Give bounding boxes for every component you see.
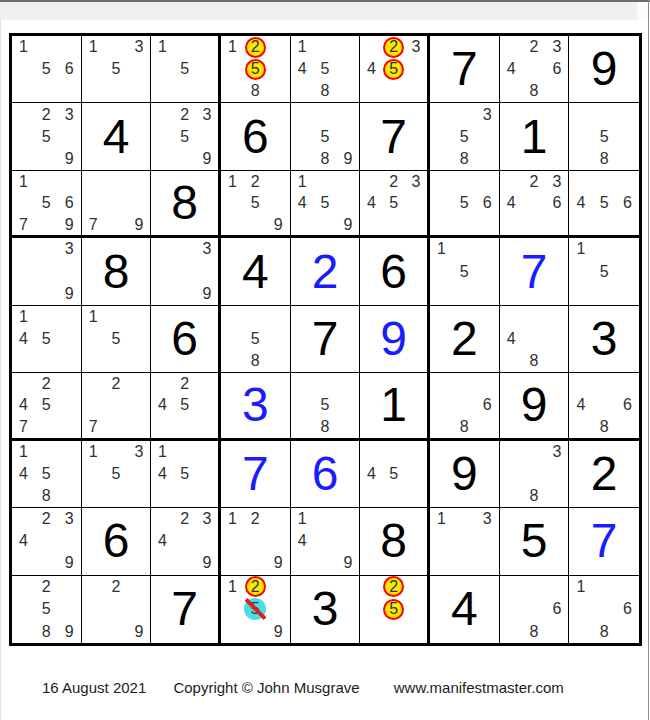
empty-candidate-slot bbox=[151, 148, 173, 170]
candidate-2[interactable]: 2 bbox=[174, 508, 196, 530]
candidate-1[interactable]: 1 bbox=[12, 441, 35, 463]
candidate-9[interactable]: 9 bbox=[58, 552, 81, 574]
cell-r9c7[interactable]: 4 bbox=[430, 576, 500, 643]
cell-r2c6[interactable]: 7 bbox=[360, 103, 430, 170]
candidate-8[interactable]: 8 bbox=[314, 80, 337, 102]
cell-r7c4[interactable]: 7 bbox=[221, 441, 291, 508]
candidate-2[interactable]: 2 bbox=[523, 36, 546, 58]
candidate-4[interactable]: 4 bbox=[151, 530, 173, 552]
cell-r3c9[interactable]: 456 bbox=[569, 171, 639, 238]
candidate-8[interactable]: 8 bbox=[244, 350, 267, 372]
candidate-digit: 3 bbox=[65, 107, 74, 123]
candidate-4[interactable]: 4 bbox=[360, 192, 382, 213]
candidate-4[interactable]: 4 bbox=[12, 328, 35, 350]
empty-candidate-slot bbox=[221, 598, 244, 620]
candidate-digit: 2 bbox=[112, 579, 121, 595]
candidate-5[interactable]: 5 bbox=[453, 260, 476, 282]
candidate-digit: 4 bbox=[19, 331, 28, 347]
candidate-9[interactable]: 9 bbox=[196, 552, 218, 574]
candidate-grid: 135 bbox=[82, 36, 151, 102]
candidate-9[interactable]: 9 bbox=[196, 148, 218, 170]
cell-r2c2[interactable]: 4 bbox=[82, 103, 152, 170]
empty-candidate-slot bbox=[196, 416, 218, 437]
cell-r7c8[interactable]: 38 bbox=[500, 441, 570, 508]
candidate-grid: 2349 bbox=[151, 508, 218, 574]
empty-candidate-slot bbox=[523, 306, 546, 328]
candidate-1[interactable]: 1 bbox=[291, 171, 314, 192]
candidate-3[interactable]: 3 bbox=[58, 508, 81, 530]
candidate-2-highlighted[interactable]: 2 bbox=[244, 576, 267, 598]
candidate-1[interactable]: 1 bbox=[151, 36, 173, 58]
candidate-1[interactable]: 1 bbox=[82, 441, 105, 463]
cell-r2c7[interactable]: 358 bbox=[430, 103, 500, 170]
empty-candidate-slot bbox=[174, 148, 196, 170]
candidate-3[interactable]: 3 bbox=[545, 441, 568, 463]
candidate-8[interactable]: 8 bbox=[35, 621, 58, 643]
cell-r1c6[interactable]: 2345 bbox=[360, 36, 430, 103]
candidate-4[interactable]: 4 bbox=[569, 395, 592, 416]
cell-r5c2[interactable]: 15 bbox=[82, 306, 152, 373]
empty-candidate-slot bbox=[244, 530, 267, 552]
candidate-5[interactable]: 5 bbox=[174, 58, 196, 80]
cell-r6c9[interactable]: 468 bbox=[569, 373, 639, 440]
candidate-digit: 5 bbox=[321, 129, 330, 145]
candidate-9[interactable]: 9 bbox=[336, 148, 359, 170]
cell-r8c3[interactable]: 2349 bbox=[151, 508, 221, 575]
candidate-grid: 58 bbox=[291, 373, 360, 437]
cell-r6c5[interactable]: 58 bbox=[291, 373, 361, 440]
candidate-grid: 1458 bbox=[12, 441, 81, 507]
candidate-8[interactable]: 8 bbox=[593, 416, 616, 437]
candidate-digit: 2 bbox=[389, 579, 398, 595]
candidate-5[interactable]: 5 bbox=[244, 192, 267, 213]
candidate-6[interactable]: 6 bbox=[616, 598, 639, 620]
candidate-9[interactable]: 9 bbox=[267, 621, 290, 643]
candidate-3[interactable]: 3 bbox=[58, 103, 81, 125]
empty-candidate-slot bbox=[500, 441, 523, 463]
cell-r9c5[interactable]: 3 bbox=[291, 576, 361, 643]
empty-candidate-slot bbox=[221, 306, 244, 328]
candidate-digit: 2 bbox=[180, 376, 189, 392]
candidate-4[interactable]: 4 bbox=[12, 530, 35, 552]
candidate-grid: 15 bbox=[82, 306, 151, 372]
candidate-grid: 79 bbox=[82, 171, 151, 235]
candidate-8[interactable]: 8 bbox=[523, 621, 546, 643]
cell-r4c3[interactable]: 39 bbox=[151, 238, 221, 305]
candidate-1[interactable]: 1 bbox=[430, 238, 453, 260]
candidate-6[interactable]: 6 bbox=[58, 192, 81, 213]
candidate-2-highlighted[interactable]: 2 bbox=[244, 36, 267, 58]
cell-r1c8[interactable]: 23468 bbox=[500, 36, 570, 103]
candidate-8[interactable]: 8 bbox=[314, 148, 337, 170]
candidate-6[interactable]: 6 bbox=[616, 192, 639, 213]
candidate-1[interactable]: 1 bbox=[221, 36, 244, 58]
cell-r5c3[interactable]: 6 bbox=[151, 306, 221, 373]
candidate-3[interactable]: 3 bbox=[405, 36, 427, 58]
cell-r7c5[interactable]: 6 bbox=[291, 441, 361, 508]
candidate-1[interactable]: 1 bbox=[569, 238, 592, 260]
candidate-5[interactable]: 5 bbox=[35, 328, 58, 350]
candidate-4[interactable]: 4 bbox=[12, 463, 35, 485]
candidate-2[interactable]: 2 bbox=[174, 373, 196, 394]
candidate-9[interactable]: 9 bbox=[58, 621, 81, 643]
candidate-6[interactable]: 6 bbox=[58, 58, 81, 80]
cell-r3c6[interactable]: 2345 bbox=[360, 171, 430, 238]
candidate-6[interactable]: 6 bbox=[476, 395, 499, 416]
cell-r3c4[interactable]: 1259 bbox=[221, 171, 291, 238]
cell-r8c1[interactable]: 2349 bbox=[12, 508, 82, 575]
candidate-1[interactable]: 1 bbox=[221, 171, 244, 192]
candidate-digit: 4 bbox=[158, 466, 167, 482]
candidate-2[interactable]: 2 bbox=[244, 171, 267, 192]
candidate-digit: 5 bbox=[321, 195, 330, 211]
cell-r4c1[interactable]: 39 bbox=[12, 238, 82, 305]
candidate-2-highlighted[interactable]: 2 bbox=[383, 576, 405, 598]
candidate-4[interactable]: 4 bbox=[500, 328, 523, 350]
cell-r6c2[interactable]: 27 bbox=[82, 373, 152, 440]
candidate-8[interactable]: 8 bbox=[314, 416, 337, 437]
candidate-3[interactable]: 3 bbox=[127, 441, 150, 463]
cell-r4c8[interactable]: 7 bbox=[500, 238, 570, 305]
candidate-9[interactable]: 9 bbox=[58, 214, 81, 235]
candidate-6[interactable]: 6 bbox=[545, 192, 568, 213]
candidate-2[interactable]: 2 bbox=[523, 171, 546, 192]
candidate-9[interactable]: 9 bbox=[196, 283, 218, 305]
empty-candidate-slot bbox=[58, 441, 81, 463]
candidate-4[interactable]: 4 bbox=[291, 192, 314, 213]
candidate-5[interactable]: 5 bbox=[174, 463, 196, 485]
candidate-3[interactable]: 3 bbox=[127, 36, 150, 58]
candidate-5-highlighted[interactable]: 5 bbox=[244, 58, 267, 80]
candidate-digit: 2 bbox=[180, 511, 189, 527]
cell-r1c2[interactable]: 135 bbox=[82, 36, 152, 103]
cell-r2c1[interactable]: 2359 bbox=[12, 103, 82, 170]
cell-r2c8[interactable]: 1 bbox=[500, 103, 570, 170]
candidate-6[interactable]: 6 bbox=[616, 395, 639, 416]
candidate-digit: 9 bbox=[343, 217, 352, 233]
candidate-5-highlighted[interactable]: 5 bbox=[383, 598, 405, 620]
candidate-3[interactable]: 3 bbox=[405, 171, 427, 192]
candidate-1[interactable]: 1 bbox=[12, 36, 35, 58]
candidate-4[interactable]: 4 bbox=[151, 395, 173, 416]
horizontal-scrollbar-track[interactable] bbox=[0, 2, 637, 20]
candidate-1[interactable]: 1 bbox=[569, 576, 592, 598]
candidate-9[interactable]: 9 bbox=[127, 214, 150, 235]
cell-r4c7[interactable]: 15 bbox=[430, 238, 500, 305]
candidate-4[interactable]: 4 bbox=[569, 192, 592, 213]
candidate-9[interactable]: 9 bbox=[267, 214, 290, 235]
candidate-5[interactable]: 5 bbox=[35, 395, 58, 416]
cell-r1c3[interactable]: 15 bbox=[151, 36, 221, 103]
candidate-1[interactable]: 1 bbox=[82, 36, 105, 58]
candidate-digit: 1 bbox=[298, 511, 307, 527]
cell-r3c3[interactable]: 8 bbox=[151, 171, 221, 238]
candidate-5[interactable]: 5 bbox=[35, 58, 58, 80]
candidate-5[interactable]: 5 bbox=[105, 463, 128, 485]
candidate-digit: 9 bbox=[134, 217, 143, 233]
cell-r8c6[interactable]: 8 bbox=[360, 508, 430, 575]
candidate-digit: 2 bbox=[42, 376, 51, 392]
candidate-digit: 6 bbox=[65, 61, 74, 77]
candidate-9[interactable]: 9 bbox=[336, 552, 359, 574]
empty-candidate-slot bbox=[291, 373, 314, 394]
cell-r8c4[interactable]: 129 bbox=[221, 508, 291, 575]
candidate-3[interactable]: 3 bbox=[476, 103, 499, 125]
cell-r1c4[interactable]: 1258 bbox=[221, 36, 291, 103]
candidate-4[interactable]: 4 bbox=[360, 463, 382, 485]
candidate-digit: 3 bbox=[65, 241, 74, 257]
empty-candidate-slot bbox=[267, 306, 290, 328]
cell-r6c8[interactable]: 9 bbox=[500, 373, 570, 440]
candidate-9[interactable]: 9 bbox=[58, 148, 81, 170]
candidate-grid: 25 bbox=[360, 576, 427, 643]
cell-r5c7[interactable]: 2 bbox=[430, 306, 500, 373]
candidate-5[interactable]: 5 bbox=[383, 192, 405, 213]
candidate-5[interactable]: 5 bbox=[453, 192, 476, 213]
candidate-3[interactable]: 3 bbox=[545, 36, 568, 58]
cell-r9c6[interactable]: 25 bbox=[360, 576, 430, 643]
cell-r7c7[interactable]: 9 bbox=[430, 441, 500, 508]
cell-r4c6[interactable]: 6 bbox=[360, 238, 430, 305]
candidate-2[interactable]: 2 bbox=[174, 103, 196, 125]
cell-r5c4[interactable]: 58 bbox=[221, 306, 291, 373]
candidate-8[interactable]: 8 bbox=[523, 80, 546, 102]
cell-r9c1[interactable]: 2589 bbox=[12, 576, 82, 643]
candidate-digit: 9 bbox=[202, 286, 211, 302]
empty-candidate-slot bbox=[12, 148, 35, 170]
empty-candidate-slot bbox=[405, 598, 427, 620]
cell-r8c8[interactable]: 5 bbox=[500, 508, 570, 575]
candidate-3[interactable]: 3 bbox=[58, 238, 81, 260]
empty-candidate-slot bbox=[336, 530, 359, 552]
candidate-1[interactable]: 1 bbox=[221, 508, 244, 530]
candidate-digit: 4 bbox=[298, 533, 307, 549]
candidate-1[interactable]: 1 bbox=[430, 508, 453, 530]
empty-candidate-slot bbox=[58, 373, 81, 394]
candidate-digit: 8 bbox=[460, 151, 469, 167]
candidate-4[interactable]: 4 bbox=[500, 58, 523, 80]
candidate-4[interactable]: 4 bbox=[360, 58, 382, 80]
candidate-5[interactable]: 5 bbox=[35, 463, 58, 485]
cell-r9c8[interactable]: 68 bbox=[500, 576, 570, 643]
candidate-3[interactable]: 3 bbox=[196, 508, 218, 530]
candidate-4[interactable]: 4 bbox=[151, 463, 173, 485]
cell-r3c2[interactable]: 79 bbox=[82, 171, 152, 238]
candidate-9[interactable]: 9 bbox=[58, 283, 81, 305]
candidate-5-highlighted[interactable]: 5 bbox=[244, 598, 267, 620]
candidate-4[interactable]: 4 bbox=[291, 530, 314, 552]
candidate-digit: 2 bbox=[42, 511, 51, 527]
empty-candidate-slot bbox=[405, 58, 427, 80]
cell-r2c5[interactable]: 589 bbox=[291, 103, 361, 170]
candidate-1[interactable]: 1 bbox=[12, 306, 35, 328]
candidate-4[interactable]: 4 bbox=[12, 395, 35, 416]
candidate-5[interactable]: 5 bbox=[105, 328, 128, 350]
candidate-2[interactable]: 2 bbox=[35, 576, 58, 598]
cell-r4c2[interactable]: 8 bbox=[82, 238, 152, 305]
candidate-digit: 8 bbox=[321, 151, 330, 167]
empty-candidate-slot bbox=[616, 576, 639, 598]
candidate-1[interactable]: 1 bbox=[12, 171, 35, 192]
empty-candidate-slot bbox=[105, 36, 128, 58]
cell-r7c6[interactable]: 45 bbox=[360, 441, 430, 508]
candidate-5[interactable]: 5 bbox=[244, 328, 267, 350]
empty-candidate-slot bbox=[12, 283, 35, 305]
cell-r1c1[interactable]: 156 bbox=[12, 36, 82, 103]
candidate-9[interactable]: 9 bbox=[127, 621, 150, 643]
candidate-8[interactable]: 8 bbox=[593, 621, 616, 643]
candidate-8[interactable]: 8 bbox=[244, 80, 267, 102]
candidate-digit: 3 bbox=[134, 39, 143, 55]
cell-r7c1[interactable]: 1458 bbox=[12, 441, 82, 508]
cell-r6c6[interactable]: 1 bbox=[360, 373, 430, 440]
candidate-5[interactable]: 5 bbox=[453, 126, 476, 148]
footer-website[interactable]: www.manifestmaster.com bbox=[394, 679, 564, 696]
candidate-9[interactable]: 9 bbox=[267, 552, 290, 574]
empty-candidate-slot bbox=[127, 171, 150, 192]
cell-r6c4[interactable]: 3 bbox=[221, 373, 291, 440]
empty-candidate-slot bbox=[314, 171, 337, 192]
cell-r4c4[interactable]: 4 bbox=[221, 238, 291, 305]
empty-candidate-slot bbox=[545, 350, 568, 372]
cell-r6c7[interactable]: 68 bbox=[430, 373, 500, 440]
empty-candidate-slot bbox=[105, 214, 128, 235]
candidate-digit: 9 bbox=[134, 624, 143, 640]
candidate-1[interactable]: 1 bbox=[82, 306, 105, 328]
candidate-5[interactable]: 5 bbox=[593, 192, 616, 213]
candidate-5[interactable]: 5 bbox=[593, 126, 616, 148]
footer-copyright: Copyright © John Musgrave bbox=[173, 679, 359, 696]
candidate-4[interactable]: 4 bbox=[291, 58, 314, 80]
candidate-6[interactable]: 6 bbox=[545, 58, 568, 80]
candidate-digit: 5 bbox=[42, 195, 51, 211]
candidate-5[interactable]: 5 bbox=[593, 260, 616, 282]
cell-r6c1[interactable]: 2457 bbox=[12, 373, 82, 440]
candidate-8[interactable]: 8 bbox=[593, 148, 616, 170]
candidate-2[interactable]: 2 bbox=[383, 171, 405, 192]
cell-r7c3[interactable]: 145 bbox=[151, 441, 221, 508]
candidate-7[interactable]: 7 bbox=[12, 214, 35, 235]
candidate-8[interactable]: 8 bbox=[453, 416, 476, 437]
cell-r1c9[interactable]: 9 bbox=[569, 36, 639, 103]
candidate-5[interactable]: 5 bbox=[35, 192, 58, 213]
candidate-3[interactable]: 3 bbox=[196, 103, 218, 125]
empty-candidate-slot bbox=[500, 463, 523, 485]
candidate-digit: 2 bbox=[251, 579, 260, 595]
cell-r3c7[interactable]: 56 bbox=[430, 171, 500, 238]
candidate-8[interactable]: 8 bbox=[35, 485, 58, 507]
candidate-1[interactable]: 1 bbox=[221, 576, 244, 598]
candidate-5[interactable]: 5 bbox=[314, 58, 337, 80]
candidate-5[interactable]: 5 bbox=[174, 395, 196, 416]
candidate-5[interactable]: 5 bbox=[314, 126, 337, 148]
cell-r1c7[interactable]: 7 bbox=[430, 36, 500, 103]
candidate-6[interactable]: 6 bbox=[476, 192, 499, 213]
cell-r8c9[interactable]: 7 bbox=[569, 508, 639, 575]
candidate-5[interactable]: 5 bbox=[105, 58, 128, 80]
empty-candidate-slot bbox=[221, 80, 244, 102]
candidate-3[interactable]: 3 bbox=[196, 238, 218, 260]
cell-r4c9[interactable]: 15 bbox=[569, 238, 639, 305]
candidate-digit: 2 bbox=[251, 174, 260, 190]
candidate-9[interactable]: 9 bbox=[336, 214, 359, 235]
candidate-5[interactable]: 5 bbox=[314, 192, 337, 213]
candidate-7[interactable]: 7 bbox=[82, 214, 105, 235]
cell-r8c5[interactable]: 149 bbox=[291, 508, 361, 575]
cell-r2c9[interactable]: 58 bbox=[569, 103, 639, 170]
candidate-2-highlighted[interactable]: 2 bbox=[383, 36, 405, 58]
cell-r5c1[interactable]: 145 bbox=[12, 306, 82, 373]
cell-r3c5[interactable]: 1459 bbox=[291, 171, 361, 238]
candidate-2[interactable]: 2 bbox=[244, 508, 267, 530]
cell-r5c9[interactable]: 3 bbox=[569, 306, 639, 373]
candidate-6[interactable]: 6 bbox=[545, 598, 568, 620]
cell-r1c5[interactable]: 1458 bbox=[291, 36, 361, 103]
cell-r2c3[interactable]: 2359 bbox=[151, 103, 221, 170]
candidate-2[interactable]: 2 bbox=[35, 373, 58, 394]
candidate-5[interactable]: 5 bbox=[383, 463, 405, 485]
empty-candidate-slot bbox=[196, 126, 218, 148]
candidate-1[interactable]: 1 bbox=[151, 441, 173, 463]
candidate-8[interactable]: 8 bbox=[453, 148, 476, 170]
given-digit: 3 bbox=[591, 315, 618, 363]
empty-candidate-slot bbox=[127, 328, 150, 350]
empty-candidate-slot bbox=[221, 621, 244, 643]
cell-r6c3[interactable]: 245 bbox=[151, 373, 221, 440]
cell-r5c5[interactable]: 7 bbox=[291, 306, 361, 373]
candidate-4[interactable]: 4 bbox=[500, 192, 523, 213]
candidate-5[interactable]: 5 bbox=[35, 126, 58, 148]
cell-r8c2[interactable]: 6 bbox=[82, 508, 152, 575]
candidate-5[interactable]: 5 bbox=[314, 395, 337, 416]
cell-r3c8[interactable]: 2346 bbox=[500, 171, 570, 238]
candidate-1[interactable]: 1 bbox=[291, 36, 314, 58]
candidate-grid: 156 bbox=[12, 36, 81, 102]
cell-r2c4[interactable]: 6 bbox=[221, 103, 291, 170]
candidate-8[interactable]: 8 bbox=[523, 485, 546, 507]
cell-r7c2[interactable]: 135 bbox=[82, 441, 152, 508]
candidate-digit: 6 bbox=[552, 601, 561, 617]
candidate-grid: 589 bbox=[291, 103, 360, 169]
cell-r5c6[interactable]: 9 bbox=[360, 306, 430, 373]
cell-r5c8[interactable]: 48 bbox=[500, 306, 570, 373]
cell-r4c5[interactable]: 2 bbox=[291, 238, 361, 305]
cell-r9c4[interactable]: 1259 bbox=[221, 576, 291, 643]
candidate-1[interactable]: 1 bbox=[291, 508, 314, 530]
candidate-7[interactable]: 7 bbox=[82, 416, 105, 437]
cell-r9c2[interactable]: 29 bbox=[82, 576, 152, 643]
cell-r3c1[interactable]: 15679 bbox=[12, 171, 82, 238]
candidate-7[interactable]: 7 bbox=[12, 416, 35, 437]
candidate-8[interactable]: 8 bbox=[523, 350, 546, 372]
candidate-2[interactable]: 2 bbox=[35, 508, 58, 530]
empty-candidate-slot bbox=[291, 214, 314, 235]
cell-r9c3[interactable]: 7 bbox=[151, 576, 221, 643]
cell-r8c7[interactable]: 13 bbox=[430, 508, 500, 575]
empty-candidate-slot bbox=[360, 621, 382, 643]
candidate-5[interactable]: 5 bbox=[174, 126, 196, 148]
candidate-3[interactable]: 3 bbox=[476, 508, 499, 530]
cell-r7c9[interactable]: 2 bbox=[569, 441, 639, 508]
candidate-3[interactable]: 3 bbox=[545, 171, 568, 192]
candidate-2[interactable]: 2 bbox=[105, 576, 128, 598]
cell-r9c9[interactable]: 168 bbox=[569, 576, 639, 643]
candidate-2[interactable]: 2 bbox=[35, 103, 58, 125]
candidate-2[interactable]: 2 bbox=[105, 373, 128, 394]
sudoku-board: 1561351512581458234572346892359423596589… bbox=[9, 33, 642, 646]
candidate-5[interactable]: 5 bbox=[35, 598, 58, 620]
candidate-5-highlighted[interactable]: 5 bbox=[383, 58, 405, 80]
